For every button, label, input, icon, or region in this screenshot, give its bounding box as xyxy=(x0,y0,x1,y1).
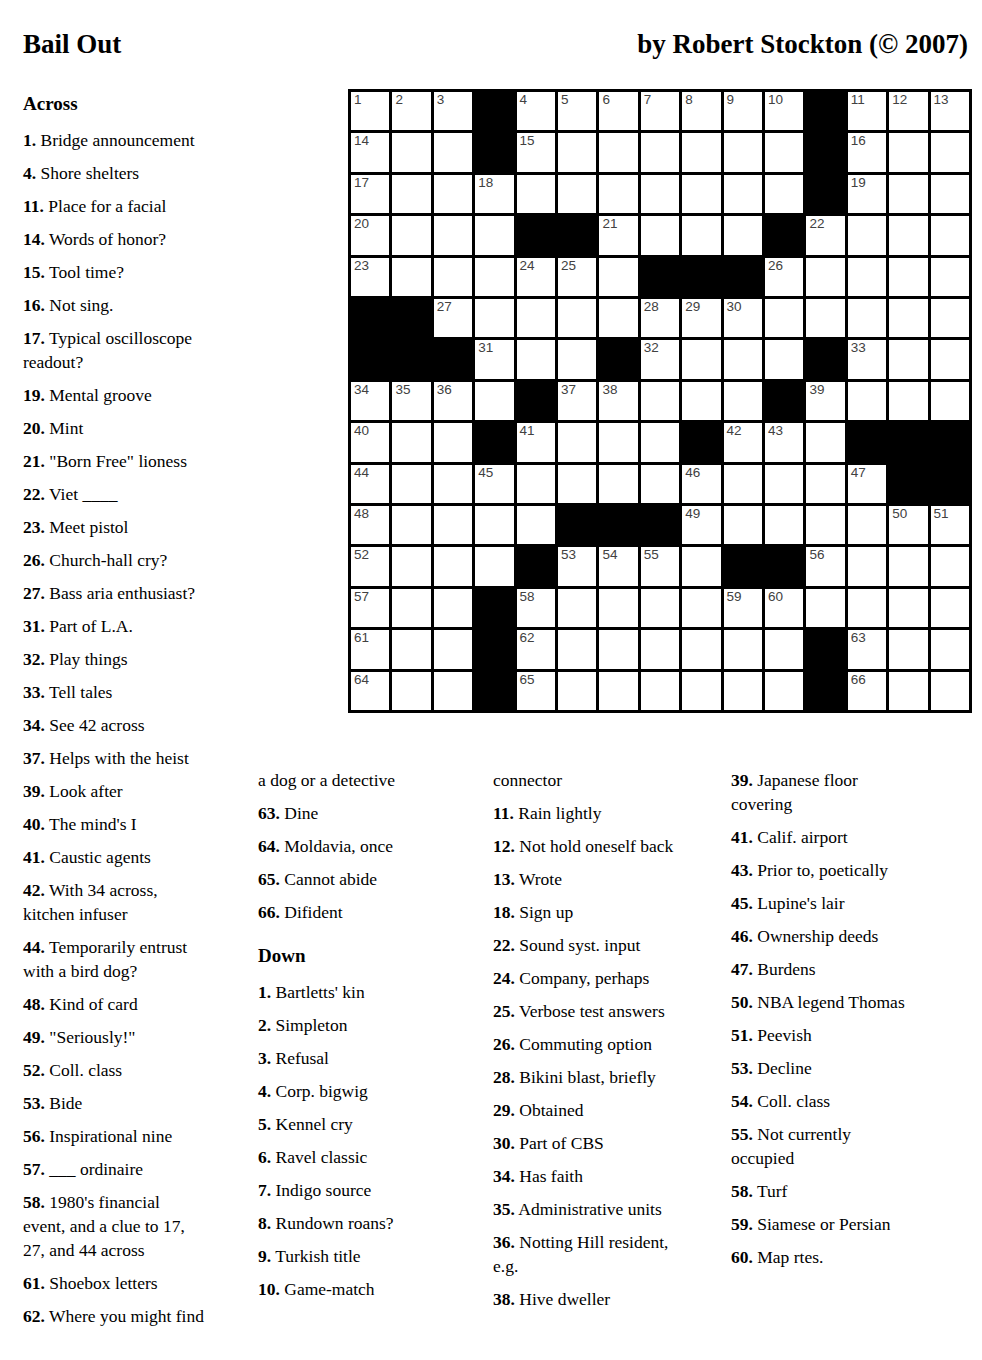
black-cell xyxy=(765,547,803,585)
clue: 65. Cannot abide xyxy=(258,867,482,891)
white-cell[interactable]: 66 xyxy=(848,672,886,710)
white-cell[interactable] xyxy=(806,589,844,627)
cell-number: 19 xyxy=(851,175,866,191)
white-cell[interactable] xyxy=(599,133,637,171)
white-cell[interactable]: 47 xyxy=(848,465,886,503)
white-cell[interactable] xyxy=(475,506,513,544)
white-cell[interactable] xyxy=(931,340,969,378)
white-cell[interactable] xyxy=(806,506,844,544)
white-cell[interactable]: 59 xyxy=(724,589,762,627)
white-cell[interactable] xyxy=(889,216,927,254)
white-cell[interactable] xyxy=(517,175,555,213)
clue-list-header: Across xyxy=(23,92,248,116)
white-cell[interactable]: 8 xyxy=(682,92,720,130)
white-cell[interactable] xyxy=(848,547,886,585)
white-cell[interactable] xyxy=(599,672,637,710)
white-cell[interactable]: 56 xyxy=(806,547,844,585)
white-cell[interactable]: 20 xyxy=(351,216,389,254)
clue: 54. Coll. class xyxy=(731,1089,973,1113)
clue-number: 18. xyxy=(493,902,515,922)
white-cell[interactable] xyxy=(724,133,762,171)
white-cell[interactable] xyxy=(599,258,637,296)
white-cell[interactable] xyxy=(392,216,430,254)
clue-text: Obtained xyxy=(519,1100,583,1120)
white-cell[interactable]: 39 xyxy=(806,382,844,420)
white-cell[interactable] xyxy=(392,672,430,710)
clue-list-header: Down xyxy=(258,944,482,968)
clue-text: Mental groove xyxy=(49,385,152,405)
white-cell[interactable] xyxy=(682,672,720,710)
white-cell[interactable] xyxy=(392,547,430,585)
black-cell xyxy=(434,340,472,378)
cell-number: 26 xyxy=(768,258,783,274)
white-cell[interactable] xyxy=(931,547,969,585)
white-cell[interactable] xyxy=(434,133,472,171)
white-cell[interactable] xyxy=(724,175,762,213)
clue: 53. Bide xyxy=(23,1091,248,1115)
white-cell[interactable] xyxy=(682,175,720,213)
white-cell[interactable]: 16 xyxy=(848,133,886,171)
clue-continuation: connector xyxy=(493,768,728,792)
white-cell[interactable] xyxy=(558,340,596,378)
white-cell[interactable]: 5 xyxy=(558,92,596,130)
white-cell[interactable]: 51 xyxy=(931,506,969,544)
white-cell[interactable]: 50 xyxy=(889,506,927,544)
clue-number: 32. xyxy=(23,649,45,669)
clue-text: Temporarily entrust with a bird dog? xyxy=(23,937,187,981)
clue: 20. Mint xyxy=(23,416,248,440)
clue-column: a dog or a detective63. Dine64. Moldavia… xyxy=(258,768,482,1310)
white-cell[interactable] xyxy=(641,175,679,213)
white-cell[interactable] xyxy=(558,175,596,213)
white-cell[interactable]: 63 xyxy=(848,630,886,668)
cell-number: 60 xyxy=(768,589,783,605)
white-cell[interactable] xyxy=(931,630,969,668)
white-cell[interactable]: 48 xyxy=(351,506,389,544)
clue-text: Sound syst. input xyxy=(519,935,640,955)
white-cell[interactable]: 18 xyxy=(475,175,513,213)
white-cell[interactable]: 27 xyxy=(434,299,472,337)
white-cell[interactable] xyxy=(641,216,679,254)
white-cell[interactable] xyxy=(517,299,555,337)
clue-text: Difident xyxy=(284,902,342,922)
white-cell[interactable] xyxy=(392,506,430,544)
white-cell[interactable] xyxy=(434,258,472,296)
cell-number: 63 xyxy=(851,630,866,646)
white-cell[interactable] xyxy=(682,589,720,627)
white-cell[interactable] xyxy=(517,340,555,378)
white-cell[interactable] xyxy=(848,506,886,544)
white-cell[interactable] xyxy=(641,382,679,420)
clue: 50. NBA legend Thomas xyxy=(731,990,973,1014)
white-cell[interactable] xyxy=(889,630,927,668)
clue-text: connector xyxy=(493,770,562,790)
clue: 4. Shore shelters xyxy=(23,161,248,185)
white-cell[interactable] xyxy=(682,382,720,420)
white-cell[interactable] xyxy=(889,299,927,337)
white-cell[interactable]: 49 xyxy=(682,506,720,544)
clue-number: 17. xyxy=(23,328,45,348)
white-cell[interactable] xyxy=(806,465,844,503)
white-cell[interactable] xyxy=(765,506,803,544)
cell-number: 52 xyxy=(354,547,369,563)
white-cell[interactable]: 46 xyxy=(682,465,720,503)
white-cell[interactable]: 38 xyxy=(599,382,637,420)
white-cell[interactable] xyxy=(475,382,513,420)
white-cell[interactable]: 28 xyxy=(641,299,679,337)
white-cell[interactable] xyxy=(434,630,472,668)
white-cell[interactable] xyxy=(517,506,555,544)
clue-number: 58. xyxy=(731,1181,753,1201)
white-cell[interactable] xyxy=(392,589,430,627)
white-cell[interactable] xyxy=(558,465,596,503)
clue: 52. Coll. class xyxy=(23,1058,248,1082)
black-cell xyxy=(806,340,844,378)
white-cell[interactable] xyxy=(765,465,803,503)
cell-number: 64 xyxy=(354,672,369,688)
clue: 34. See 42 across xyxy=(23,713,248,737)
white-cell[interactable] xyxy=(475,216,513,254)
clue: 42. With 34 across, kitchen infuser xyxy=(23,878,248,926)
white-cell[interactable] xyxy=(434,216,472,254)
white-cell[interactable] xyxy=(931,589,969,627)
black-cell xyxy=(641,258,679,296)
white-cell[interactable] xyxy=(724,506,762,544)
clue-text: NBA legend Thomas xyxy=(757,992,904,1012)
clue-text: Corp. bigwig xyxy=(276,1081,368,1101)
white-cell[interactable]: 10 xyxy=(765,92,803,130)
clue-text: Bartletts' kin xyxy=(276,982,365,1002)
black-cell xyxy=(931,423,969,461)
white-cell[interactable]: 19 xyxy=(848,175,886,213)
clue-text: Refusal xyxy=(276,1048,329,1068)
cell-number: 36 xyxy=(437,382,452,398)
white-cell[interactable] xyxy=(889,382,927,420)
white-cell[interactable] xyxy=(765,175,803,213)
cell-number: 7 xyxy=(644,92,652,108)
white-cell[interactable] xyxy=(434,672,472,710)
clue-number: 11. xyxy=(493,803,514,823)
clue: 49. "Seriously!" xyxy=(23,1025,248,1049)
white-cell[interactable] xyxy=(724,382,762,420)
clue-text: Where you might find xyxy=(49,1306,204,1326)
clue: 58. Turf xyxy=(731,1179,973,1203)
cell-number: 37 xyxy=(561,382,576,398)
white-cell[interactable]: 35 xyxy=(392,382,430,420)
black-cell xyxy=(475,672,513,710)
white-cell[interactable] xyxy=(931,299,969,337)
white-cell[interactable]: 62 xyxy=(517,630,555,668)
clue: 11. Place for a facial xyxy=(23,194,248,218)
white-cell[interactable] xyxy=(434,506,472,544)
white-cell[interactable] xyxy=(392,423,430,461)
white-cell[interactable] xyxy=(558,423,596,461)
clue-number: 43. xyxy=(731,860,753,880)
white-cell[interactable] xyxy=(641,589,679,627)
white-cell[interactable] xyxy=(889,133,927,171)
white-cell[interactable]: 64 xyxy=(351,672,389,710)
white-cell[interactable] xyxy=(392,465,430,503)
clue: 38. Hive dweller xyxy=(493,1287,728,1311)
cell-number: 16 xyxy=(851,133,866,149)
white-cell[interactable]: 42 xyxy=(724,423,762,461)
white-cell[interactable]: 2 xyxy=(392,92,430,130)
white-cell[interactable]: 65 xyxy=(517,672,555,710)
white-cell[interactable] xyxy=(682,630,720,668)
white-cell[interactable] xyxy=(558,589,596,627)
white-cell[interactable] xyxy=(765,340,803,378)
clue-text: Lupine's lair xyxy=(757,893,844,913)
white-cell[interactable]: 9 xyxy=(724,92,762,130)
white-cell[interactable] xyxy=(931,133,969,171)
clue-number: 15. xyxy=(23,262,45,282)
white-cell[interactable]: 3 xyxy=(434,92,472,130)
clue-text: Helps with the heist xyxy=(49,748,189,768)
white-cell[interactable]: 25 xyxy=(558,258,596,296)
cell-number: 30 xyxy=(727,299,742,315)
white-cell[interactable] xyxy=(848,299,886,337)
clue-text: Rain lightly xyxy=(518,803,601,823)
clue-text: Verbose test answers xyxy=(519,1001,665,1021)
white-cell[interactable] xyxy=(599,423,637,461)
cell-number: 33 xyxy=(851,340,866,356)
clue-number: 48. xyxy=(23,994,45,1014)
white-cell[interactable] xyxy=(558,672,596,710)
white-cell[interactable] xyxy=(599,175,637,213)
white-cell[interactable] xyxy=(765,299,803,337)
white-cell[interactable] xyxy=(517,465,555,503)
clue-number: 25. xyxy=(493,1001,515,1021)
clue-text: Hive dweller xyxy=(519,1289,610,1309)
white-cell[interactable]: 37 xyxy=(558,382,596,420)
clue-text: Wrote xyxy=(519,869,562,889)
clue-text: Viet ____ xyxy=(49,484,117,504)
white-cell[interactable] xyxy=(724,672,762,710)
clue-text: Commuting option xyxy=(519,1034,652,1054)
white-cell[interactable] xyxy=(765,630,803,668)
white-cell[interactable] xyxy=(599,299,637,337)
white-cell[interactable]: 32 xyxy=(641,340,679,378)
white-cell[interactable] xyxy=(599,630,637,668)
white-cell[interactable]: 13 xyxy=(931,92,969,130)
white-cell[interactable]: 52 xyxy=(351,547,389,585)
white-cell[interactable] xyxy=(724,465,762,503)
clue-text: Bridge announcement xyxy=(41,130,195,150)
white-cell[interactable] xyxy=(475,547,513,585)
clue: 44. Temporarily entrust with a bird dog? xyxy=(23,935,248,983)
white-cell[interactable]: 7 xyxy=(641,92,679,130)
white-cell[interactable]: 43 xyxy=(765,423,803,461)
white-cell[interactable] xyxy=(599,589,637,627)
white-cell[interactable]: 22 xyxy=(806,216,844,254)
clue-number: 29. xyxy=(493,1100,515,1120)
white-cell[interactable] xyxy=(806,423,844,461)
white-cell[interactable]: 34 xyxy=(351,382,389,420)
white-cell[interactable]: 36 xyxy=(434,382,472,420)
clue-number: 39. xyxy=(23,781,45,801)
white-cell[interactable]: 15 xyxy=(517,133,555,171)
white-cell[interactable] xyxy=(806,299,844,337)
clue: 35. Administrative units xyxy=(493,1197,728,1221)
white-cell[interactable]: 11 xyxy=(848,92,886,130)
white-cell[interactable] xyxy=(641,423,679,461)
white-cell[interactable]: 44 xyxy=(351,465,389,503)
white-cell[interactable] xyxy=(682,216,720,254)
white-cell[interactable]: 17 xyxy=(351,175,389,213)
white-cell[interactable]: 40 xyxy=(351,423,389,461)
white-cell[interactable] xyxy=(392,630,430,668)
white-cell[interactable]: 29 xyxy=(682,299,720,337)
white-cell[interactable] xyxy=(724,340,762,378)
cell-number: 49 xyxy=(685,506,700,522)
white-cell[interactable] xyxy=(931,382,969,420)
clue: 53. Decline xyxy=(731,1056,973,1080)
white-cell[interactable] xyxy=(848,589,886,627)
white-cell[interactable]: 61 xyxy=(351,630,389,668)
white-cell[interactable] xyxy=(434,175,472,213)
clue: 40. The mind's I xyxy=(23,812,248,836)
clue-text: See 42 across xyxy=(49,715,144,735)
clue: 46. Ownership deeds xyxy=(731,924,973,948)
clue-number: 56. xyxy=(23,1126,45,1146)
cell-number: 54 xyxy=(602,547,617,563)
clue: 51. Peevish xyxy=(731,1023,973,1047)
white-cell[interactable]: 53 xyxy=(558,547,596,585)
clue-text: Map rtes. xyxy=(757,1247,823,1267)
white-cell[interactable]: 57 xyxy=(351,589,389,627)
white-cell[interactable] xyxy=(889,258,927,296)
clue-number: 36. xyxy=(493,1232,515,1252)
white-cell[interactable] xyxy=(641,630,679,668)
white-cell[interactable]: 45 xyxy=(475,465,513,503)
clue: 58. 1980's financial event, and a clue t… xyxy=(23,1190,248,1262)
clue: 66. Difident xyxy=(258,900,482,924)
white-cell[interactable] xyxy=(434,423,472,461)
white-cell[interactable] xyxy=(475,299,513,337)
white-cell[interactable] xyxy=(558,133,596,171)
white-cell[interactable]: 12 xyxy=(889,92,927,130)
white-cell[interactable]: 1 xyxy=(351,92,389,130)
white-cell[interactable]: 41 xyxy=(517,423,555,461)
white-cell[interactable] xyxy=(475,258,513,296)
white-cell[interactable] xyxy=(392,133,430,171)
white-cell[interactable]: 54 xyxy=(599,547,637,585)
white-cell[interactable] xyxy=(682,133,720,171)
clue-text: Indigo source xyxy=(276,1180,372,1200)
white-cell[interactable] xyxy=(641,672,679,710)
white-cell[interactable] xyxy=(848,216,886,254)
white-cell[interactable]: 58 xyxy=(517,589,555,627)
black-cell xyxy=(475,423,513,461)
clue: 13. Wrote xyxy=(493,867,728,891)
white-cell[interactable] xyxy=(889,672,927,710)
white-cell[interactable] xyxy=(765,672,803,710)
black-cell xyxy=(599,340,637,378)
clue-text: a dog or a detective xyxy=(258,770,395,790)
white-cell[interactable] xyxy=(558,299,596,337)
clue-text: Decline xyxy=(757,1058,811,1078)
clue: 57. ___ ordinaire xyxy=(23,1157,248,1181)
clue: 27. Bass aria enthusiast? xyxy=(23,581,248,605)
cell-number: 61 xyxy=(354,630,369,646)
white-cell[interactable]: 55 xyxy=(641,547,679,585)
clue: 34. Has faith xyxy=(493,1164,728,1188)
black-cell xyxy=(806,630,844,668)
white-cell[interactable]: 23 xyxy=(351,258,389,296)
clue: 28. Bikini blast, briefly xyxy=(493,1065,728,1089)
clue-text: Bikini blast, briefly xyxy=(519,1067,656,1087)
white-cell[interactable] xyxy=(434,589,472,627)
white-cell[interactable] xyxy=(765,133,803,171)
clue-number: 46. xyxy=(731,926,753,946)
clue: 59. Siamese or Persian xyxy=(731,1212,973,1236)
white-cell[interactable]: 14 xyxy=(351,133,389,171)
clue-number: 53. xyxy=(731,1058,753,1078)
white-cell[interactable]: 24 xyxy=(517,258,555,296)
white-cell[interactable] xyxy=(599,465,637,503)
white-cell[interactable] xyxy=(434,465,472,503)
clue: 22. Sound syst. input xyxy=(493,933,728,957)
clue-number: 33. xyxy=(23,682,45,702)
cell-number: 2 xyxy=(395,92,403,108)
white-cell[interactable] xyxy=(931,672,969,710)
white-cell[interactable] xyxy=(682,547,720,585)
white-cell[interactable]: 33 xyxy=(848,340,886,378)
cell-number: 27 xyxy=(437,299,452,315)
white-cell[interactable]: 21 xyxy=(599,216,637,254)
white-cell[interactable] xyxy=(931,175,969,213)
clue-number: 66. xyxy=(258,902,280,922)
white-cell[interactable]: 31 xyxy=(475,340,513,378)
cell-number: 34 xyxy=(354,382,369,398)
white-cell[interactable] xyxy=(682,340,720,378)
white-cell[interactable] xyxy=(434,547,472,585)
white-cell[interactable] xyxy=(724,216,762,254)
white-cell[interactable]: 26 xyxy=(765,258,803,296)
white-cell[interactable] xyxy=(889,589,927,627)
white-cell[interactable] xyxy=(889,340,927,378)
white-cell[interactable] xyxy=(641,465,679,503)
white-cell[interactable]: 4 xyxy=(517,92,555,130)
cell-number: 46 xyxy=(685,465,700,481)
cell-number: 42 xyxy=(727,423,742,439)
white-cell[interactable]: 30 xyxy=(724,299,762,337)
clue: 1. Bartletts' kin xyxy=(258,980,482,1004)
white-cell[interactable] xyxy=(889,175,927,213)
white-cell[interactable] xyxy=(724,630,762,668)
white-cell[interactable] xyxy=(641,133,679,171)
clue: 56. Inspirational nine xyxy=(23,1124,248,1148)
clue-number: 64. xyxy=(258,836,280,856)
clue-text: Part of CBS xyxy=(519,1133,604,1153)
black-cell xyxy=(351,340,389,378)
black-cell xyxy=(806,672,844,710)
clue-number: 26. xyxy=(493,1034,515,1054)
white-cell[interactable] xyxy=(889,547,927,585)
white-cell[interactable] xyxy=(806,258,844,296)
white-cell[interactable] xyxy=(931,216,969,254)
white-cell[interactable] xyxy=(931,258,969,296)
white-cell[interactable] xyxy=(392,175,430,213)
white-cell[interactable]: 60 xyxy=(765,589,803,627)
white-cell[interactable] xyxy=(392,258,430,296)
white-cell[interactable] xyxy=(848,382,886,420)
clue-number: 26. xyxy=(23,550,45,570)
white-cell[interactable] xyxy=(848,258,886,296)
white-cell[interactable]: 6 xyxy=(599,92,637,130)
cell-number: 44 xyxy=(354,465,369,481)
white-cell[interactable] xyxy=(558,630,596,668)
